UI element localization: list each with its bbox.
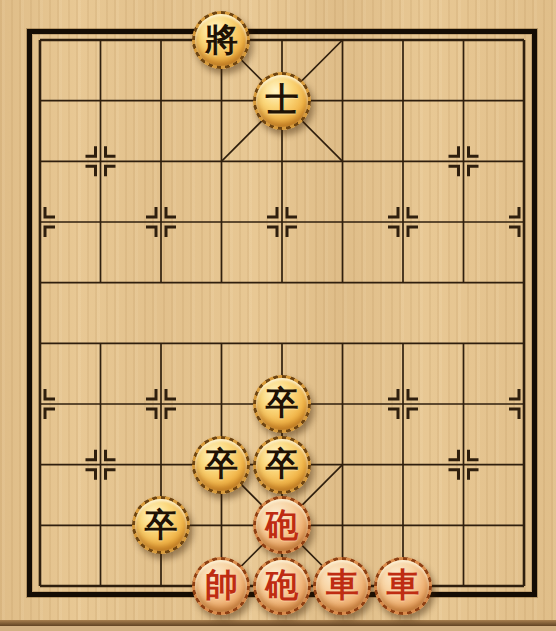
- piece-glyph: 卒: [265, 386, 298, 419]
- piece-glyph: 卒: [144, 508, 177, 541]
- piece-black-advisor[interactable]: 士: [253, 72, 311, 130]
- piece-glyph: 士: [265, 83, 298, 116]
- piece-glyph: 砲: [265, 508, 298, 541]
- piece-glyph: 卒: [205, 447, 238, 480]
- piece-glyph: 將: [205, 23, 238, 56]
- piece-black-soldier-4[interactable]: 卒: [132, 496, 190, 554]
- xiangqi-board: 將士卒卒卒卒砲帥砲車車: [0, 0, 556, 631]
- piece-glyph: 車: [386, 568, 419, 601]
- piece-black-general[interactable]: 將: [192, 11, 250, 69]
- piece-red-general[interactable]: 帥: [192, 557, 250, 615]
- piece-red-cannon-1[interactable]: 砲: [253, 496, 311, 554]
- piece-black-soldier-1[interactable]: 卒: [253, 375, 311, 433]
- piece-glyph: 車: [326, 568, 359, 601]
- piece-glyph: 帥: [205, 568, 238, 601]
- piece-glyph: 砲: [265, 568, 298, 601]
- piece-black-soldier-3[interactable]: 卒: [253, 436, 311, 494]
- piece-red-chariot-1[interactable]: 車: [313, 557, 371, 615]
- pieces-layer: 將士卒卒卒卒砲帥砲車車: [10, 10, 555, 617]
- piece-glyph: 卒: [265, 447, 298, 480]
- piece-red-cannon-2[interactable]: 砲: [253, 557, 311, 615]
- piece-black-soldier-2[interactable]: 卒: [192, 436, 250, 494]
- piece-red-chariot-2[interactable]: 車: [374, 557, 432, 615]
